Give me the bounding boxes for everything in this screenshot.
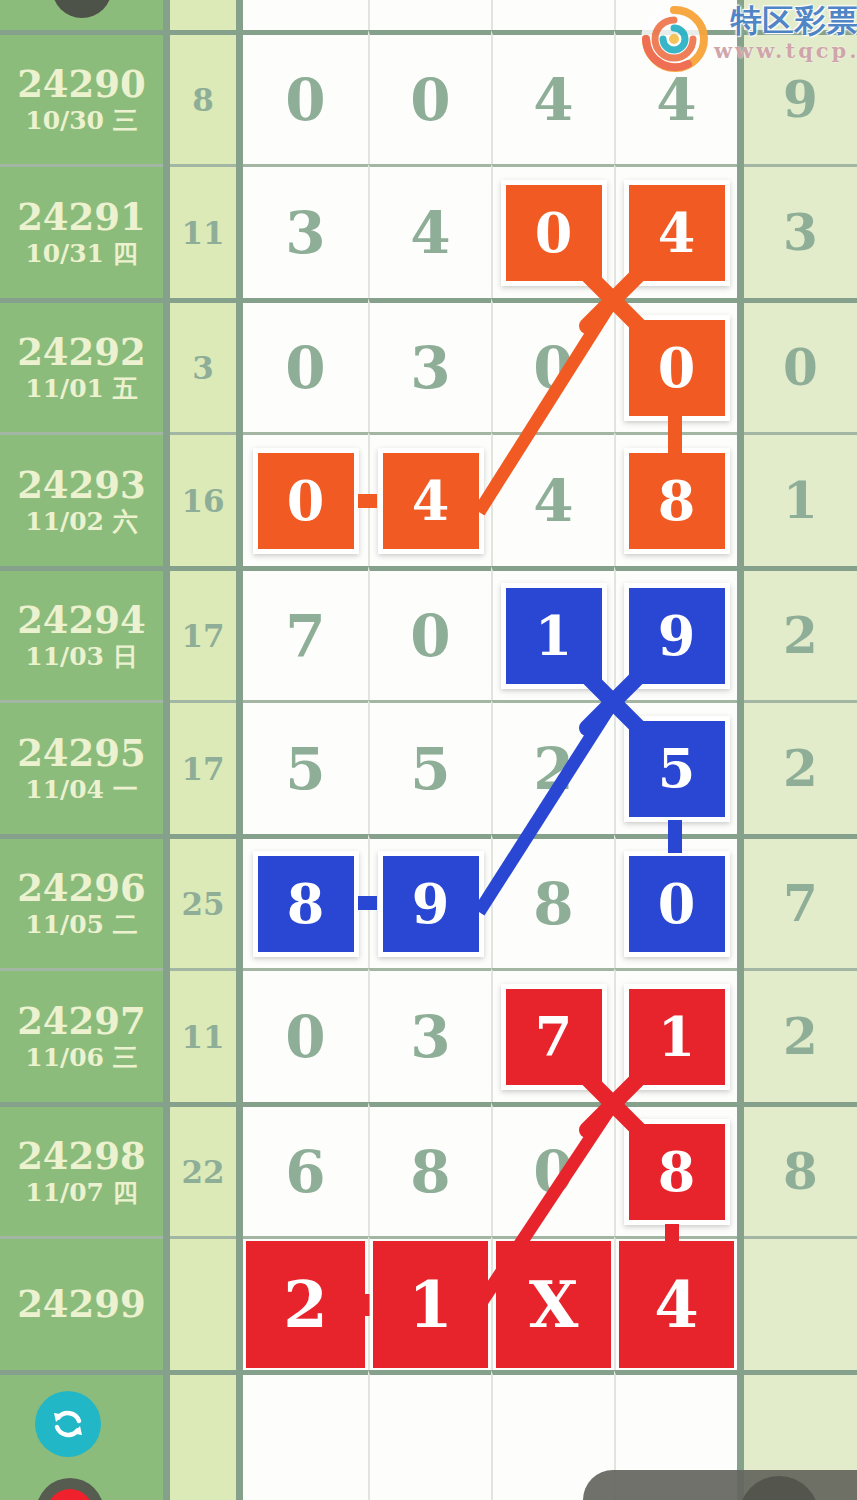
issue-number: 24292 (17, 334, 146, 371)
refresh-button[interactable] (35, 1391, 101, 1457)
digit-cell: 8 (368, 1102, 491, 1236)
draw-date: 10/30 三 (25, 108, 137, 133)
logo-swirl-icon (638, 2, 710, 74)
digit-cell: 0 (368, 566, 491, 700)
record-icon (47, 1489, 93, 1500)
table-row: 24294 11/03 日 17 7 0 1 9 2 (0, 566, 857, 700)
digit-cell: 3 (243, 164, 368, 298)
table-row: 24292 11/01 五 3 0 3 0 0 0 (0, 298, 857, 432)
draw-date: 11/02 六 (25, 509, 137, 534)
issue-cell: 24298 11/07 四 (0, 1102, 163, 1236)
digit-cell: 2 (491, 700, 614, 834)
digit-cell: 0 (243, 30, 368, 164)
tail-cell: 2 (744, 566, 857, 700)
digit-cell: 0 (491, 1102, 614, 1236)
digit-cell-highlight: 4 (614, 1236, 737, 1370)
stat-cell: 17 (170, 566, 236, 700)
digit-cell-highlight: 1 (368, 1236, 491, 1370)
digit-cell: 6 (243, 1102, 368, 1236)
digit-cell-highlight: 0 (243, 432, 368, 566)
stat-cell (170, 1236, 236, 1370)
site-name: 特区彩票网 (730, 2, 857, 39)
digit-cell-highlight: 2 (243, 1236, 368, 1370)
site-url: www.tqcp.net (714, 39, 857, 62)
draw-date: 10/31 四 (25, 241, 137, 266)
issue-number: 24299 (17, 1286, 146, 1323)
site-watermark: 特区彩票网 www.tqcp.net (638, 2, 857, 74)
issue-cell: 24294 11/03 日 (0, 566, 163, 700)
draw-date: 11/07 四 (25, 1180, 137, 1205)
tail-cell: 1 (744, 432, 857, 566)
digit-cell-highlight: 8 (614, 1102, 737, 1236)
digit-cell: 7 (243, 566, 368, 700)
stat-cell: 22 (170, 1102, 236, 1236)
digit-cell: 0 (243, 968, 368, 1102)
draw-date: 11/03 日 (25, 644, 137, 669)
draw-date: 11/05 二 (25, 912, 137, 937)
digit-cell-highlight: 0 (614, 298, 737, 432)
digit-cell: 3 (368, 298, 491, 432)
tail-cell: 8 (744, 1102, 857, 1236)
issue-cell: 24292 11/01 五 (0, 298, 163, 432)
issue-cell: 24290 10/30 三 (0, 30, 163, 164)
draw-date: 11/01 五 (25, 376, 137, 401)
table-row: 24298 11/07 四 22 6 8 0 8 8 (0, 1102, 857, 1236)
table-row: 24296 11/05 二 25 8 9 8 0 7 (0, 834, 857, 968)
issue-number: 24294 (17, 602, 146, 639)
digit-cell-highlight: 5 (614, 700, 737, 834)
digit-cell: 4 (491, 432, 614, 566)
draw-date: 11/06 三 (25, 1045, 137, 1070)
tail-cell: 2 (744, 700, 857, 834)
stat-cell: 11 (170, 164, 236, 298)
stat-cell: 25 (170, 834, 236, 968)
draw-date: 11/04 一 (25, 777, 137, 802)
issue-cell: 24299 (0, 1236, 163, 1370)
digit-cell: 8 (491, 834, 614, 968)
tail-cell: 3 (744, 164, 857, 298)
digit-cell-highlight: 9 (368, 834, 491, 968)
digit-cell-highlight: 0 (491, 164, 614, 298)
digit-cell: 0 (368, 30, 491, 164)
stat-cell: 17 (170, 700, 236, 834)
table-row: 24293 11/02 六 16 0 4 4 8 1 (0, 432, 857, 566)
digit-cell-highlight: 0 (614, 834, 737, 968)
digit-cell: 4 (368, 164, 491, 298)
digit-cell-highlight: 4 (614, 164, 737, 298)
digit-cell-highlight: 8 (243, 834, 368, 968)
digit-cell-highlight: 9 (614, 566, 737, 700)
digit-cell: 0 (491, 298, 614, 432)
table-row: 24297 11/06 三 11 0 3 7 1 2 (0, 968, 857, 1102)
issue-number: 24291 (17, 199, 146, 236)
table-row-prediction: 24299 2 1 X 4 (0, 1236, 857, 1370)
stat-cell: 3 (170, 298, 236, 432)
stat-cell: 8 (170, 30, 236, 164)
issue-number: 24295 (17, 735, 146, 772)
issue-cell: 24295 11/04 一 (0, 700, 163, 834)
tail-cell (744, 1236, 857, 1370)
tail-cell: 7 (744, 834, 857, 968)
dark-knob-circle[interactable] (739, 1476, 819, 1500)
issue-cell: 24297 11/06 三 (0, 968, 163, 1102)
bottom-toolbar[interactable] (583, 1470, 857, 1500)
issue-cell: 24293 11/02 六 (0, 432, 163, 566)
digit-cell: 0 (243, 298, 368, 432)
issue-cell: 24291 10/31 四 (0, 164, 163, 298)
digit-cell-highlight: 1 (491, 566, 614, 700)
stat-cell: 11 (170, 968, 236, 1102)
digit-cell-highlight: 1 (614, 968, 737, 1102)
issue-number: 24293 (17, 467, 146, 504)
tail-cell: 0 (744, 298, 857, 432)
issue-number: 24290 (17, 66, 146, 103)
stat-cell: 16 (170, 432, 236, 566)
digit-cell-highlight: 7 (491, 968, 614, 1102)
table-row: 24291 10/31 四 11 3 4 0 4 3 (0, 164, 857, 298)
issue-cell: 24296 11/05 二 (0, 834, 163, 968)
digit-cell-highlight: X (491, 1236, 614, 1370)
issue-number: 24296 (17, 870, 146, 907)
digit-cell: 4 (491, 30, 614, 164)
digit-cell-highlight: 4 (368, 432, 491, 566)
tail-cell: 2 (744, 968, 857, 1102)
table-row: 24295 11/04 一 17 5 5 2 5 2 (0, 700, 857, 834)
digit-cell-highlight: 8 (614, 432, 737, 566)
digit-cell: 3 (368, 968, 491, 1102)
refresh-icon (48, 1404, 88, 1444)
issue-number: 24297 (17, 1003, 146, 1040)
lottery-trend-chart: 24290 10/30 三 8 0 0 4 4 9 24291 10/31 四 … (0, 0, 857, 1500)
issue-number: 24298 (17, 1138, 146, 1175)
digit-cell: 5 (368, 700, 491, 834)
digit-cell: 5 (243, 700, 368, 834)
